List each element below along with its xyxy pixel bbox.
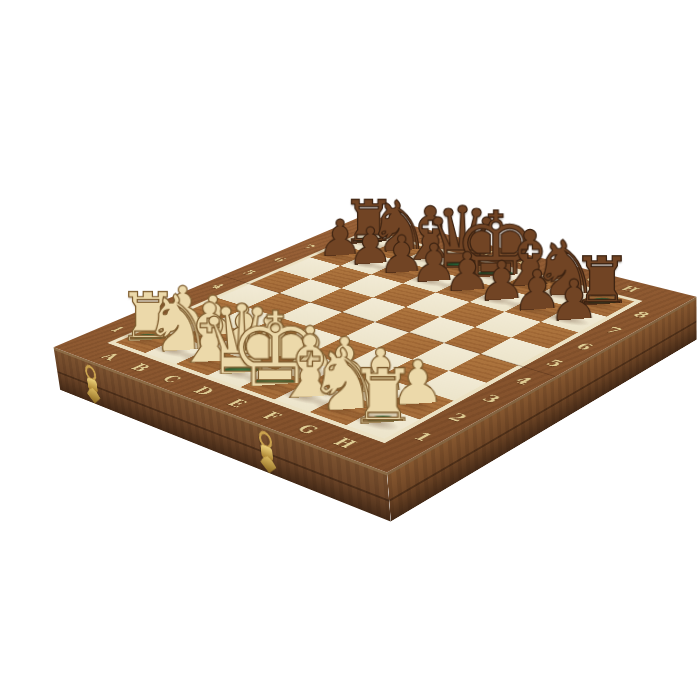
- product-photo-scene: AABBCCDDEEFFGGHH1122334455667788 ♜♞♝♛: [0, 0, 700, 700]
- black-pawn-glyph-icon: ♟: [548, 272, 599, 329]
- piece-black-pawn-h7[interactable]: ♟: [528, 262, 620, 319]
- brass-latch: [80, 361, 105, 411]
- board-frame: AABBCCDDEEFFGGHH1122334455667788 ♜♞♝♛: [54, 214, 697, 472]
- piece-white-rook-h1[interactable]: ♜: [332, 345, 434, 422]
- pieces-layer: ♜♞♝♛♚♝♞♜♟♟♟♟♟♟♟♟♟♟♟♟♟♟♟♟♜♞♝♛♚♝♞♜: [54, 214, 697, 472]
- chess-board: AABBCCDDEEFFGGHH1122334455667788 ♜♞♝♛: [54, 214, 697, 472]
- white-rook-glyph-icon: ♜: [348, 358, 417, 435]
- brass-latch: [253, 427, 281, 482]
